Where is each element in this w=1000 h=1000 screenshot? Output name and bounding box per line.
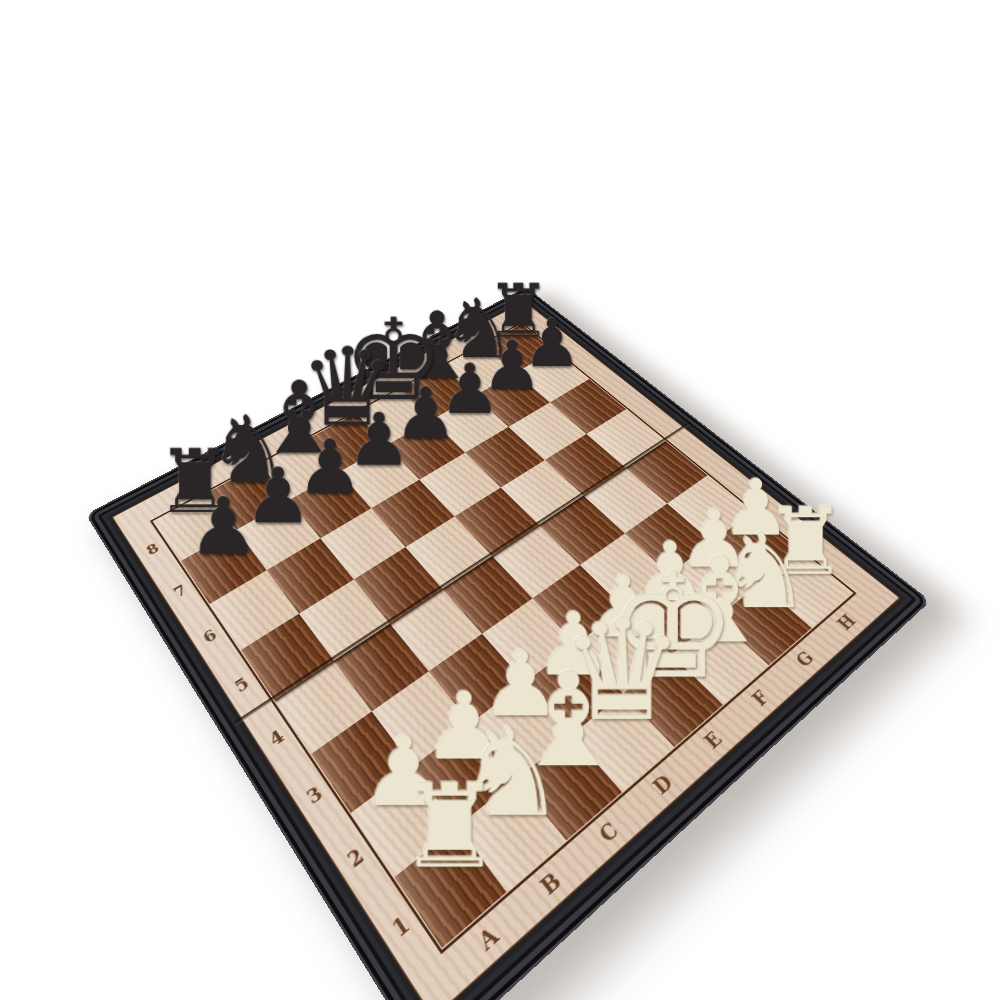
file-label-f: F: [747, 686, 774, 711]
rank-label-2: 2: [343, 843, 368, 872]
square-c5: [354, 547, 443, 624]
square-a6: [210, 570, 299, 650]
file-label-e: E: [699, 726, 727, 753]
board-frame: 12345678ABCDEFGH ♜♞♝♛♚♝♞♜♟♟♟♟♟♟♟♟♟♟♟♟♟♟♟…: [86, 287, 931, 1000]
pawn-glyph: ♟: [188, 487, 259, 566]
square-b5: [299, 579, 390, 660]
rank-label-7: 7: [170, 581, 189, 600]
square-a5: [241, 614, 334, 700]
file-label-d: D: [647, 769, 677, 799]
rank-label-4: 4: [265, 725, 287, 750]
file-label-h: H: [832, 610, 860, 634]
rook-glyph: ♜: [398, 769, 502, 885]
square-a4: [275, 661, 372, 754]
square-c4: [390, 589, 482, 672]
file-label-c: C: [594, 817, 624, 848]
file-label-a: A: [473, 920, 504, 956]
photo-scene: 12345678ABCDEFGH ♜♞♝♛♚♝♞♜♟♟♟♟♟♟♟♟♟♟♟♟♟♟♟…: [0, 0, 1000, 1000]
file-label-g: G: [791, 647, 819, 672]
rank-label-5: 5: [231, 673, 252, 696]
rank-label-1: 1: [387, 910, 414, 942]
square-d4: [442, 556, 532, 634]
rank-label-6: 6: [199, 626, 219, 647]
square-b4: [334, 624, 429, 712]
file-label-b: B: [535, 866, 566, 900]
rank-label-3: 3: [302, 782, 326, 809]
